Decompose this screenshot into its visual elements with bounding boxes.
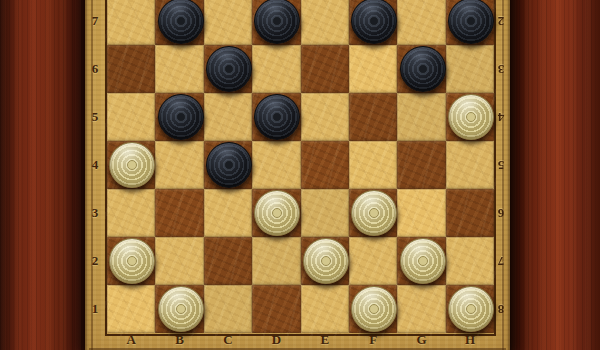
dark-piece-b5[interactable] — [158, 94, 204, 140]
wood-table-left — [0, 0, 85, 350]
col-label-a: A — [107, 332, 155, 348]
row-label-left-6: 6 — [87, 61, 103, 77]
col-label-f: F — [349, 332, 397, 348]
row-label-right-7: 7 — [493, 253, 509, 269]
row-label-left-3: 3 — [87, 205, 103, 221]
light-piece-b1[interactable] — [158, 286, 204, 332]
square-c1 — [204, 285, 252, 333]
col-label-e: E — [301, 332, 349, 348]
square-e5 — [301, 93, 349, 141]
col-label-d: D — [252, 332, 300, 348]
light-piece-e2[interactable] — [303, 238, 349, 284]
light-piece-g2[interactable] — [400, 238, 446, 284]
square-b3[interactable] — [155, 189, 203, 237]
square-g3 — [397, 189, 445, 237]
square-f5[interactable] — [349, 93, 397, 141]
square-c3 — [204, 189, 252, 237]
square-h4 — [446, 141, 494, 189]
square-e4[interactable] — [301, 141, 349, 189]
square-d4 — [252, 141, 300, 189]
row-label-right-6: 6 — [493, 205, 509, 221]
square-c7 — [204, 0, 252, 45]
row-label-left-1: 1 — [87, 301, 103, 317]
frame-groove-left — [91, 0, 93, 350]
square-c5 — [204, 93, 252, 141]
wood-table-right — [510, 0, 600, 350]
square-d1[interactable] — [252, 285, 300, 333]
row-label-right-3: 3 — [493, 61, 509, 77]
square-g1 — [397, 285, 445, 333]
square-b2 — [155, 237, 203, 285]
dark-piece-c4[interactable] — [206, 142, 252, 188]
square-e7 — [301, 0, 349, 45]
square-f2 — [349, 237, 397, 285]
dark-piece-h7[interactable] — [448, 0, 494, 44]
row-label-right-5: 5 — [493, 157, 509, 173]
light-piece-a4[interactable] — [109, 142, 155, 188]
square-a5 — [107, 93, 155, 141]
dark-piece-b7[interactable] — [158, 0, 204, 44]
square-b4 — [155, 141, 203, 189]
dark-piece-c6[interactable] — [206, 46, 252, 92]
light-piece-a2[interactable] — [109, 238, 155, 284]
square-e3 — [301, 189, 349, 237]
dark-piece-g6[interactable] — [400, 46, 446, 92]
square-a7 — [107, 0, 155, 45]
row-label-right-2: 2 — [493, 13, 509, 29]
col-label-c: C — [204, 332, 252, 348]
checkers-app-screen: { "game": "checkers", "board": { "column… — [0, 0, 600, 350]
col-label-b: B — [155, 332, 203, 348]
row-label-right-8: 8 — [493, 301, 509, 317]
square-b6 — [155, 45, 203, 93]
col-label-g: G — [397, 332, 445, 348]
row-label-left-7: 7 — [87, 13, 103, 29]
row-label-right-4: 4 — [493, 109, 509, 125]
light-piece-f3[interactable] — [351, 190, 397, 236]
frame-groove-right — [502, 0, 504, 350]
square-g4[interactable] — [397, 141, 445, 189]
col-label-h: H — [446, 332, 494, 348]
square-a1 — [107, 285, 155, 333]
row-label-left-4: 4 — [87, 157, 103, 173]
row-label-left-2: 2 — [87, 253, 103, 269]
square-a3 — [107, 189, 155, 237]
square-g7 — [397, 0, 445, 45]
square-f4 — [349, 141, 397, 189]
light-piece-h5[interactable] — [448, 94, 494, 140]
square-h3[interactable] — [446, 189, 494, 237]
square-d6 — [252, 45, 300, 93]
square-h6 — [446, 45, 494, 93]
square-c2[interactable] — [204, 237, 252, 285]
row-label-left-5: 5 — [87, 109, 103, 125]
square-e1 — [301, 285, 349, 333]
light-piece-f1[interactable] — [351, 286, 397, 332]
square-a6[interactable] — [107, 45, 155, 93]
light-piece-h1[interactable] — [448, 286, 494, 332]
square-h2 — [446, 237, 494, 285]
square-d2 — [252, 237, 300, 285]
square-g5 — [397, 93, 445, 141]
checkers-board: 7654321 2345678 ABCDEFGH — [85, 0, 510, 350]
square-f6 — [349, 45, 397, 93]
square-e6[interactable] — [301, 45, 349, 93]
